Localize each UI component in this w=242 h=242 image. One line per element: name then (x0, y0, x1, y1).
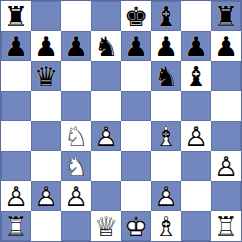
square-a6[interactable] (1, 61, 31, 91)
black-rook-glyph: ♜ (1, 1, 31, 31)
square-d1[interactable]: ♛♕ (91, 211, 121, 241)
square-g4[interactable]: ♟♙ (181, 121, 211, 151)
white-bishop-outline: ♗ (151, 121, 181, 151)
square-f4[interactable]: ♝♗ (151, 121, 181, 151)
white-pawn: ♟♙ (61, 181, 91, 211)
white-bishop: ♝♗ (151, 211, 181, 241)
white-pawn: ♟♙ (151, 181, 181, 211)
white-queen: ♛♕ (91, 211, 121, 241)
white-knight: ♞♘ (61, 121, 91, 151)
white-pawn-outline: ♙ (91, 121, 121, 151)
black-rook: ♜ (211, 1, 241, 31)
black-pawn-glyph: ♟ (151, 31, 181, 61)
square-a5[interactable] (1, 91, 31, 121)
square-a8[interactable]: ♜ (1, 1, 31, 31)
square-b1[interactable] (31, 211, 61, 241)
black-bishop: ♝ (181, 61, 211, 91)
square-e4[interactable] (121, 121, 151, 151)
square-c4[interactable]: ♞♘ (61, 121, 91, 151)
square-e2[interactable] (121, 181, 151, 211)
black-pawn-glyph: ♟ (1, 31, 31, 61)
white-pawn: ♟♙ (211, 151, 241, 181)
square-e7[interactable]: ♟ (121, 31, 151, 61)
square-b4[interactable] (31, 121, 61, 151)
square-b5[interactable] (31, 91, 61, 121)
black-pawn-glyph: ♟ (181, 31, 211, 61)
white-pawn-outline: ♙ (61, 181, 91, 211)
square-g3[interactable] (181, 151, 211, 181)
black-queen-glyph: ♛ (31, 61, 61, 91)
black-pawn: ♟ (151, 31, 181, 61)
square-c7[interactable]: ♟ (61, 31, 91, 61)
square-b7[interactable]: ♟ (31, 31, 61, 61)
white-pawn: ♟♙ (181, 121, 211, 151)
square-d2[interactable] (91, 181, 121, 211)
square-f8[interactable]: ♝ (151, 1, 181, 31)
square-d7[interactable]: ♞ (91, 31, 121, 61)
black-pawn: ♟ (1, 31, 31, 61)
square-d4[interactable]: ♟♙ (91, 121, 121, 151)
square-g8[interactable] (181, 1, 211, 31)
square-h1[interactable]: ♜♖ (211, 211, 241, 241)
black-pawn-glyph: ♟ (211, 31, 241, 61)
square-a7[interactable]: ♟ (1, 31, 31, 61)
square-b2[interactable]: ♟♙ (31, 181, 61, 211)
white-pawn-outline: ♙ (181, 121, 211, 151)
square-g1[interactable] (181, 211, 211, 241)
square-e8[interactable]: ♚ (121, 1, 151, 31)
square-b3[interactable] (31, 151, 61, 181)
square-c5[interactable] (61, 91, 91, 121)
square-f3[interactable] (151, 151, 181, 181)
black-queen: ♛ (31, 61, 61, 91)
square-a4[interactable] (1, 121, 31, 151)
square-d6[interactable] (91, 61, 121, 91)
square-a1[interactable]: ♜♖ (1, 211, 31, 241)
black-bishop: ♝ (151, 1, 181, 31)
black-pawn-glyph: ♟ (121, 31, 151, 61)
black-king: ♚ (121, 1, 151, 31)
black-pawn: ♟ (181, 31, 211, 61)
black-pawn: ♟ (31, 31, 61, 61)
black-pawn: ♟ (211, 31, 241, 61)
white-rook: ♜♖ (211, 211, 241, 241)
square-e6[interactable] (121, 61, 151, 91)
chess-board: ♜♚♝♜♟♟♟♞♟♟♟♟♛♞♝♞♘♟♙♝♗♟♙♞♘♟♙♟♙♟♙♟♙♟♙♜♖♛♕♚… (0, 0, 242, 242)
white-knight-outline: ♘ (61, 121, 91, 151)
black-rook: ♜ (1, 1, 31, 31)
square-b6[interactable]: ♛ (31, 61, 61, 91)
square-e3[interactable] (121, 151, 151, 181)
square-f6[interactable]: ♞ (151, 61, 181, 91)
square-c8[interactable] (61, 1, 91, 31)
white-pawn: ♟♙ (31, 181, 61, 211)
white-pawn-outline: ♙ (151, 181, 181, 211)
black-knight-glyph: ♞ (151, 61, 181, 91)
square-c1[interactable] (61, 211, 91, 241)
square-b8[interactable] (31, 1, 61, 31)
black-pawn-glyph: ♟ (31, 31, 61, 61)
square-a3[interactable] (1, 151, 31, 181)
square-c6[interactable] (61, 61, 91, 91)
square-c2[interactable]: ♟♙ (61, 181, 91, 211)
square-f5[interactable] (151, 91, 181, 121)
square-h6[interactable] (211, 61, 241, 91)
square-g7[interactable]: ♟ (181, 31, 211, 61)
square-g6[interactable]: ♝ (181, 61, 211, 91)
square-g5[interactable] (181, 91, 211, 121)
square-h3[interactable]: ♟♙ (211, 151, 241, 181)
square-d8[interactable] (91, 1, 121, 31)
black-king-glyph: ♚ (121, 1, 151, 31)
white-pawn: ♟♙ (91, 121, 121, 151)
black-pawn: ♟ (121, 31, 151, 61)
square-h7[interactable]: ♟ (211, 31, 241, 61)
square-d3[interactable] (91, 151, 121, 181)
white-knight-outline: ♘ (61, 151, 91, 181)
black-knight: ♞ (151, 61, 181, 91)
white-rook: ♜♖ (1, 211, 31, 241)
square-h4[interactable] (211, 121, 241, 151)
square-h8[interactable]: ♜ (211, 1, 241, 31)
white-king: ♚♔ (121, 211, 151, 241)
black-bishop-glyph: ♝ (181, 61, 211, 91)
black-knight-glyph: ♞ (91, 31, 121, 61)
square-h2[interactable] (211, 181, 241, 211)
square-a2[interactable]: ♟♙ (1, 181, 31, 211)
white-rook-outline: ♖ (1, 211, 31, 241)
black-bishop-glyph: ♝ (151, 1, 181, 31)
black-knight: ♞ (91, 31, 121, 61)
white-rook-outline: ♖ (211, 211, 241, 241)
black-rook-glyph: ♜ (211, 1, 241, 31)
square-h5[interactable] (211, 91, 241, 121)
white-king-outline: ♔ (121, 211, 151, 241)
square-f2[interactable]: ♟♙ (151, 181, 181, 211)
white-queen-outline: ♕ (91, 211, 121, 241)
square-e5[interactable] (121, 91, 151, 121)
square-c3[interactable]: ♞♘ (61, 151, 91, 181)
square-f1[interactable]: ♝♗ (151, 211, 181, 241)
square-e1[interactable]: ♚♔ (121, 211, 151, 241)
black-pawn: ♟ (61, 31, 91, 61)
square-f7[interactable]: ♟ (151, 31, 181, 61)
square-d5[interactable] (91, 91, 121, 121)
black-pawn-glyph: ♟ (61, 31, 91, 61)
white-pawn-outline: ♙ (211, 151, 241, 181)
white-knight: ♞♘ (61, 151, 91, 181)
white-bishop-outline: ♗ (151, 211, 181, 241)
white-pawn-outline: ♙ (31, 181, 61, 211)
white-pawn: ♟♙ (1, 181, 31, 211)
white-bishop: ♝♗ (151, 121, 181, 151)
white-pawn-outline: ♙ (1, 181, 31, 211)
square-g2[interactable] (181, 181, 211, 211)
